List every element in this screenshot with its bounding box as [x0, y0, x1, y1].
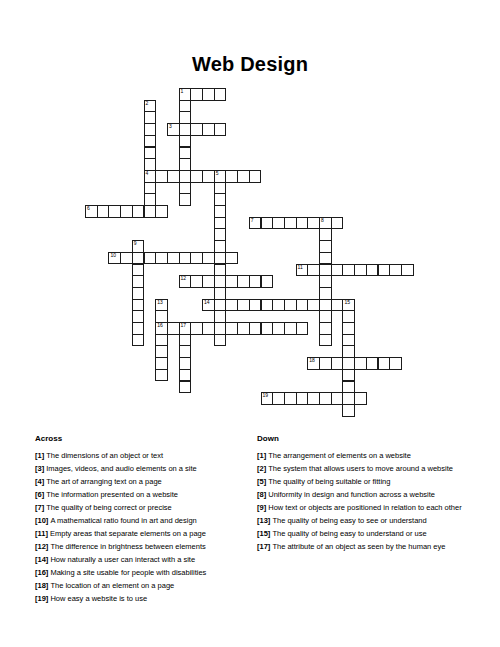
clue-item: [7] The quality of being correct or prec… — [35, 503, 249, 513]
clue-number: [10] — [35, 516, 50, 525]
clue-item: [16] Making a site usable for people wit… — [35, 568, 249, 578]
grid-cell[interactable] — [389, 357, 402, 370]
grid-cell[interactable] — [155, 369, 168, 382]
grid-cell[interactable] — [155, 205, 168, 218]
clue-number: [6] — [35, 490, 46, 499]
clue-number: [12] — [35, 542, 50, 551]
cell-number: 18 — [309, 358, 315, 363]
clue-number: [15] — [257, 529, 272, 538]
down-clue-list: [1] The arrangement of elements on a web… — [257, 451, 465, 552]
page-title: Web Design — [0, 53, 500, 76]
down-clues: Down [1] The arrangement of elements on … — [257, 434, 465, 555]
clue-item: [4] The art of arranging text on a page — [35, 477, 249, 487]
clue-number: [1] — [257, 451, 268, 460]
grid-cell[interactable] — [132, 334, 145, 347]
grid-cell[interactable] — [179, 381, 192, 394]
grid-cell[interactable] — [401, 264, 414, 277]
grid-cell[interactable] — [214, 334, 227, 347]
crossword-grid[interactable]: 12345678910111213141516171819 — [85, 88, 414, 417]
across-clues: Across [1] The dimensions of an object o… — [35, 434, 249, 607]
cell-number: 10 — [110, 253, 116, 258]
down-header: Down — [257, 434, 465, 443]
cell-number: 9 — [134, 241, 137, 246]
cell-number: 4 — [146, 171, 149, 176]
clue-item: [9] How text or objects are positioned i… — [257, 503, 465, 513]
cell-number: 14 — [204, 300, 210, 305]
clue-item: [1] The dimensions of an object or text — [35, 451, 249, 461]
grid-cell[interactable] — [296, 322, 309, 335]
cell-number: 16 — [157, 323, 163, 328]
clue-item: [14] How naturally a user can interact w… — [35, 555, 249, 565]
grid-cell[interactable] — [319, 334, 332, 347]
clue-number: [13] — [257, 516, 272, 525]
clue-item: [2] The system that allows users to move… — [257, 464, 465, 474]
clue-item: [18] The location of an element on a pag… — [35, 581, 249, 591]
grid-cell[interactable] — [214, 88, 227, 101]
clue-number: [8] — [257, 490, 268, 499]
cell-number: 7 — [251, 218, 254, 223]
clue-number: [9] — [257, 503, 268, 512]
clue-number: [11] — [35, 529, 50, 538]
across-header: Across — [35, 434, 249, 443]
clue-number: [3] — [35, 464, 46, 473]
cell-number: 6 — [87, 206, 90, 211]
cell-number: 5 — [216, 171, 219, 176]
cell-number: 8 — [321, 218, 324, 223]
cell-number: 19 — [263, 393, 269, 398]
clue-number: [5] — [257, 477, 268, 486]
clue-item: [3] Images, videos, and audio elements o… — [35, 464, 249, 474]
grid-cell[interactable] — [261, 275, 274, 288]
clue-item: [12] The difference in brightness betwee… — [35, 542, 249, 552]
clue-item: [15] The quality of being easy to unders… — [257, 529, 465, 539]
cell-number: 13 — [157, 300, 163, 305]
grid-cell[interactable] — [225, 252, 238, 265]
cell-number: 17 — [181, 323, 187, 328]
clue-number: [18] — [35, 581, 50, 590]
cell-number: 3 — [169, 124, 172, 129]
clue-number: [19] — [35, 594, 50, 603]
clue-item: [6] The information presented on a websi… — [35, 490, 249, 500]
grid-cell[interactable] — [354, 392, 367, 405]
clue-item: [5] The quality of being suitable or fit… — [257, 477, 465, 487]
clue-item: [17] The attribute of an object as seen … — [257, 542, 465, 552]
clue-item: [8] Uniformity in design and function ac… — [257, 490, 465, 500]
clue-number: [17] — [257, 542, 272, 551]
clue-item: [11] Empty areas that separate elements … — [35, 529, 249, 539]
grid-cell[interactable] — [249, 170, 262, 183]
cell-number: 2 — [146, 101, 149, 106]
clue-item: [1] The arrangement of elements on a web… — [257, 451, 465, 461]
across-clue-list: [1] The dimensions of an object or text[… — [35, 451, 249, 604]
clue-number: [7] — [35, 503, 46, 512]
clue-number: [16] — [35, 568, 50, 577]
cell-number: 15 — [344, 300, 350, 305]
cell-number: 12 — [181, 276, 187, 281]
grid-cell[interactable] — [331, 217, 344, 230]
clue-number: [4] — [35, 477, 46, 486]
cell-number: 11 — [298, 265, 303, 270]
clue-item: [10] A mathematical ratio found in art a… — [35, 516, 249, 526]
clue-number: [1] — [35, 451, 46, 460]
clue-number: [2] — [257, 464, 268, 473]
clue-item: [13] The quality of being easy to see or… — [257, 516, 465, 526]
grid-cell[interactable] — [342, 404, 355, 417]
grid-cell[interactable] — [214, 123, 227, 136]
cell-number: 1 — [181, 89, 184, 94]
clue-item: [19] How easy a website is to use — [35, 594, 249, 604]
clue-number: [14] — [35, 555, 50, 564]
grid-cell[interactable] — [179, 193, 192, 206]
